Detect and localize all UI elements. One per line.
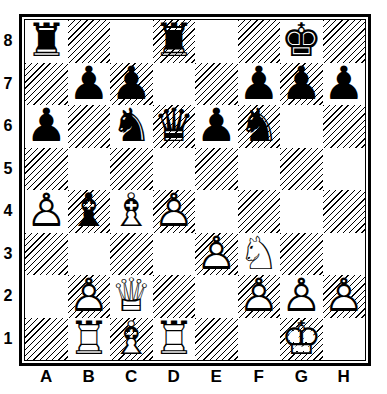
square-e6[interactable]: ♟ [195, 105, 238, 148]
black-piece-glyph: ♟ [68, 59, 109, 105]
black-piece-glyph: ♝ [68, 187, 109, 233]
rank-label-7: 7 [0, 63, 16, 106]
square-a2[interactable] [25, 275, 68, 318]
square-h4[interactable] [323, 190, 366, 233]
square-d3[interactable] [153, 233, 196, 276]
white-piece-outline: ♗ [111, 314, 152, 360]
square-b6[interactable] [68, 105, 111, 148]
black-piece-glyph: ♜ [26, 17, 67, 63]
square-h5[interactable] [323, 148, 366, 191]
white-pawn-piece[interactable]: ♟♙ [323, 275, 366, 318]
file-labels: ABCDEFGH [25, 362, 365, 392]
square-g7[interactable]: ♟ [280, 63, 323, 106]
black-knight-piece[interactable]: ♞ [110, 105, 153, 148]
white-rook-piece[interactable]: ♜♖ [153, 318, 196, 361]
square-b7[interactable]: ♟ [68, 63, 111, 106]
white-pawn-piece[interactable]: ♟♙ [25, 190, 68, 233]
white-bishop-piece[interactable]: ♝♗ [110, 190, 153, 233]
black-pawn-piece[interactable]: ♟ [280, 63, 323, 106]
rank-label-8: 8 [0, 20, 16, 63]
white-pawn-piece[interactable]: ♟♙ [238, 275, 281, 318]
square-e8[interactable] [195, 20, 238, 63]
square-e5[interactable] [195, 148, 238, 191]
square-f6[interactable]: ♞ [238, 105, 281, 148]
black-bishop-piece[interactable]: ♝ [68, 190, 111, 233]
black-piece-glyph: ♜ [153, 17, 194, 63]
white-piece-outline: ♖ [153, 314, 194, 360]
black-piece-glyph: ♟ [281, 59, 322, 105]
square-d4[interactable]: ♟♙ [153, 190, 196, 233]
square-b1[interactable]: ♜♖ [68, 318, 111, 361]
black-pawn-piece[interactable]: ♟ [25, 105, 68, 148]
square-h7[interactable]: ♟ [323, 63, 366, 106]
black-piece-glyph: ♟ [323, 59, 364, 105]
white-piece-outline: ♙ [153, 187, 194, 233]
square-h2[interactable]: ♟♙ [323, 275, 366, 318]
white-rook-piece[interactable]: ♜♖ [68, 318, 111, 361]
black-piece-glyph: ♞ [238, 102, 279, 148]
square-g6[interactable] [280, 105, 323, 148]
square-a8[interactable]: ♜ [25, 20, 68, 63]
white-piece-outline: ♙ [26, 187, 67, 233]
square-c1[interactable]: ♝♗ [110, 318, 153, 361]
file-label-b: B [68, 362, 111, 392]
black-queen-piece[interactable]: ♛ [153, 105, 196, 148]
white-piece-outline: ♖ [68, 314, 109, 360]
rank-label-1: 1 [0, 318, 16, 361]
square-e2[interactable] [195, 275, 238, 318]
white-pawn-piece[interactable]: ♟♙ [195, 233, 238, 276]
file-label-g: G [280, 362, 323, 392]
file-label-d: D [153, 362, 196, 392]
square-f1[interactable] [238, 318, 281, 361]
white-piece-outline: ♙ [238, 272, 279, 318]
square-d6[interactable]: ♛ [153, 105, 196, 148]
chess-diagram: 87654321 ♜♜♚♟♟♟♟♟♟♞♛♟♞♟♙♝♝♗♟♙♟♙♞♘♟♙♛♕♟♙♟… [0, 0, 387, 394]
black-pawn-piece[interactable]: ♟ [68, 63, 111, 106]
black-piece-glyph: ♟ [196, 102, 237, 148]
white-bishop-piece[interactable]: ♝♗ [110, 318, 153, 361]
file-label-f: F [238, 362, 281, 392]
white-piece-outline: ♗ [111, 187, 152, 233]
square-h1[interactable] [323, 318, 366, 361]
file-label-e: E [195, 362, 238, 392]
black-piece-glyph: ♟ [26, 102, 67, 148]
white-piece-outline: ♙ [196, 229, 237, 275]
black-knight-piece[interactable]: ♞ [238, 105, 281, 148]
black-piece-glyph: ♛ [153, 102, 194, 148]
square-a1[interactable] [25, 318, 68, 361]
white-piece-outline: ♙ [323, 272, 364, 318]
square-h6[interactable] [323, 105, 366, 148]
square-a3[interactable] [25, 233, 68, 276]
black-pawn-piece[interactable]: ♟ [323, 63, 366, 106]
file-label-c: C [110, 362, 153, 392]
square-g4[interactable] [280, 190, 323, 233]
board-inner-border: ♜♜♚♟♟♟♟♟♟♞♛♟♞♟♙♝♝♗♟♙♟♙♞♘♟♙♛♕♟♙♟♙♟♙♜♖♝♗♜♖… [24, 19, 366, 361]
white-piece-outline: ♔ [281, 314, 322, 360]
square-f5[interactable] [238, 148, 281, 191]
rank-label-2: 2 [0, 275, 16, 318]
square-g5[interactable] [280, 148, 323, 191]
black-rook-piece[interactable]: ♜ [25, 20, 68, 63]
black-piece-glyph: ♞ [111, 102, 152, 148]
file-label-h: H [323, 362, 366, 392]
white-pawn-piece[interactable]: ♟♙ [153, 190, 196, 233]
file-label-a: A [25, 362, 68, 392]
square-c6[interactable]: ♞ [110, 105, 153, 148]
rank-label-4: 4 [0, 190, 16, 233]
square-a4[interactable]: ♟♙ [25, 190, 68, 233]
square-d8[interactable]: ♜ [153, 20, 196, 63]
chess-board: ♜♜♚♟♟♟♟♟♟♞♛♟♞♟♙♝♝♗♟♙♟♙♞♘♟♙♛♕♟♙♟♙♟♙♜♖♝♗♜♖… [25, 20, 365, 360]
square-d1[interactable]: ♜♖ [153, 318, 196, 361]
rank-label-5: 5 [0, 148, 16, 191]
square-e1[interactable] [195, 318, 238, 361]
board-frame: ♜♜♚♟♟♟♟♟♟♞♛♟♞♟♙♝♝♗♟♙♟♙♞♘♟♙♛♕♟♙♟♙♟♙♜♖♝♗♜♖… [19, 14, 371, 366]
black-rook-piece[interactable]: ♜ [153, 20, 196, 63]
black-pawn-piece[interactable]: ♟ [195, 105, 238, 148]
rank-label-3: 3 [0, 233, 16, 276]
square-c4[interactable]: ♝♗ [110, 190, 153, 233]
square-e3[interactable]: ♟♙ [195, 233, 238, 276]
square-f2[interactable]: ♟♙ [238, 275, 281, 318]
square-a6[interactable]: ♟ [25, 105, 68, 148]
square-g1[interactable]: ♚♔ [280, 318, 323, 361]
square-b4[interactable]: ♝ [68, 190, 111, 233]
rank-labels: 87654321 [0, 20, 16, 360]
rank-label-6: 6 [0, 105, 16, 148]
white-king-piece[interactable]: ♚♔ [280, 318, 323, 361]
